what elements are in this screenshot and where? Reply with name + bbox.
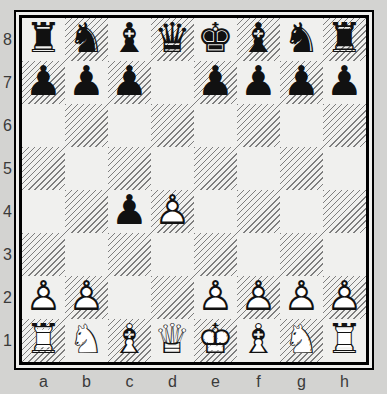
white-king-icon: ♚♔ — [194, 319, 237, 362]
black-pawn-icon: ♟ — [194, 61, 237, 104]
square-f3[interactable] — [237, 233, 280, 276]
square-f1[interactable]: ♝♗ — [237, 319, 280, 362]
file-label-d: d — [151, 371, 194, 393]
square-h5[interactable] — [323, 147, 366, 190]
square-f2[interactable]: ♟♙ — [237, 276, 280, 319]
black-pawn-icon: ♟ — [65, 61, 108, 104]
black-queen-icon: ♛ — [151, 18, 194, 61]
square-a7[interactable]: ♟ — [22, 61, 65, 104]
square-g6[interactable] — [280, 104, 323, 147]
white-pawn-icon: ♟♙ — [323, 276, 366, 319]
board-grid: ♜♞♝♛♚♝♞♜♟♟♟♟♟♟♟♟♟♙♟♙♟♙♟♙♟♙♟♙♟♙♜♖♞♘♝♗♛♕♚♔… — [22, 18, 366, 362]
white-pawn-icon: ♟♙ — [194, 276, 237, 319]
square-c6[interactable] — [108, 104, 151, 147]
square-d8[interactable]: ♛ — [151, 18, 194, 61]
white-pawn-icon: ♟♙ — [237, 276, 280, 319]
square-b7[interactable]: ♟ — [65, 61, 108, 104]
black-pawn-icon: ♟ — [237, 61, 280, 104]
square-e3[interactable] — [194, 233, 237, 276]
square-f5[interactable] — [237, 147, 280, 190]
rank-label-4: 4 — [0, 190, 15, 233]
square-h1[interactable]: ♜♖ — [323, 319, 366, 362]
square-g3[interactable] — [280, 233, 323, 276]
file-label-h: h — [323, 371, 366, 393]
black-pawn-icon: ♟ — [280, 61, 323, 104]
square-b4[interactable] — [65, 190, 108, 233]
square-e6[interactable] — [194, 104, 237, 147]
square-d3[interactable] — [151, 233, 194, 276]
square-c5[interactable] — [108, 147, 151, 190]
rank-label-6: 6 — [0, 104, 15, 147]
chess-diagram: 87654321 ♜♞♝♛♚♝♞♜♟♟♟♟♟♟♟♟♟♙♟♙♟♙♟♙♟♙♟♙♟♙♜… — [0, 0, 387, 394]
white-knight-icon: ♞♘ — [65, 319, 108, 362]
square-h6[interactable] — [323, 104, 366, 147]
black-king-icon: ♚ — [194, 18, 237, 61]
white-bishop-icon: ♝♗ — [237, 319, 280, 362]
square-h7[interactable]: ♟ — [323, 61, 366, 104]
square-f4[interactable] — [237, 190, 280, 233]
square-b1[interactable]: ♞♘ — [65, 319, 108, 362]
rank-label-2: 2 — [0, 276, 15, 319]
square-c7[interactable]: ♟ — [108, 61, 151, 104]
square-e8[interactable]: ♚ — [194, 18, 237, 61]
white-pawn-icon: ♟♙ — [151, 190, 194, 233]
square-d2[interactable] — [151, 276, 194, 319]
rank-label-8: 8 — [0, 18, 15, 61]
square-a2[interactable]: ♟♙ — [22, 276, 65, 319]
square-a4[interactable] — [22, 190, 65, 233]
black-pawn-icon: ♟ — [22, 61, 65, 104]
white-pawn-icon: ♟♙ — [280, 276, 323, 319]
white-rook-icon: ♜♖ — [22, 319, 65, 362]
square-e7[interactable]: ♟ — [194, 61, 237, 104]
black-knight-icon: ♞ — [65, 18, 108, 61]
file-label-b: b — [65, 371, 108, 393]
black-bishop-icon: ♝ — [237, 18, 280, 61]
square-h3[interactable] — [323, 233, 366, 276]
square-d7[interactable] — [151, 61, 194, 104]
black-pawn-icon: ♟ — [323, 61, 366, 104]
square-g8[interactable]: ♞ — [280, 18, 323, 61]
square-f7[interactable]: ♟ — [237, 61, 280, 104]
square-a6[interactable] — [22, 104, 65, 147]
rank-label-1: 1 — [0, 319, 15, 362]
black-pawn-icon: ♟ — [108, 61, 151, 104]
square-b2[interactable]: ♟♙ — [65, 276, 108, 319]
square-g5[interactable] — [280, 147, 323, 190]
black-rook-icon: ♜ — [22, 18, 65, 61]
rank-label-3: 3 — [0, 233, 15, 276]
square-d5[interactable] — [151, 147, 194, 190]
square-b5[interactable] — [65, 147, 108, 190]
white-pawn-icon: ♟♙ — [65, 276, 108, 319]
square-a5[interactable] — [22, 147, 65, 190]
square-c4[interactable]: ♟ — [108, 190, 151, 233]
square-h2[interactable]: ♟♙ — [323, 276, 366, 319]
square-b8[interactable]: ♞ — [65, 18, 108, 61]
square-a3[interactable] — [22, 233, 65, 276]
square-c2[interactable] — [108, 276, 151, 319]
square-a1[interactable]: ♜♖ — [22, 319, 65, 362]
square-e4[interactable] — [194, 190, 237, 233]
file-label-f: f — [237, 371, 280, 393]
black-rook-icon: ♜ — [323, 18, 366, 61]
white-queen-icon: ♛♕ — [151, 319, 194, 362]
black-pawn-icon: ♟ — [108, 190, 151, 233]
square-d4[interactable]: ♟♙ — [151, 190, 194, 233]
square-d1[interactable]: ♛♕ — [151, 319, 194, 362]
square-f8[interactable]: ♝ — [237, 18, 280, 61]
black-knight-icon: ♞ — [280, 18, 323, 61]
chess-board: ♜♞♝♛♚♝♞♜♟♟♟♟♟♟♟♟♟♙♟♙♟♙♟♙♟♙♟♙♟♙♜♖♞♘♝♗♛♕♚♔… — [14, 10, 374, 370]
file-label-e: e — [194, 371, 237, 393]
board-inner-frame: ♜♞♝♛♚♝♞♜♟♟♟♟♟♟♟♟♟♙♟♙♟♙♟♙♟♙♟♙♟♙♜♖♞♘♝♗♛♕♚♔… — [19, 15, 369, 365]
rank-label-5: 5 — [0, 147, 15, 190]
white-pawn-icon: ♟♙ — [22, 276, 65, 319]
square-d6[interactable] — [151, 104, 194, 147]
square-e2[interactable]: ♟♙ — [194, 276, 237, 319]
white-rook-icon: ♜♖ — [323, 319, 366, 362]
square-h4[interactable] — [323, 190, 366, 233]
square-c1[interactable]: ♝♗ — [108, 319, 151, 362]
square-g4[interactable] — [280, 190, 323, 233]
file-labels: abcdefgh — [22, 371, 366, 393]
square-b6[interactable] — [65, 104, 108, 147]
file-label-a: a — [22, 371, 65, 393]
square-c3[interactable] — [108, 233, 151, 276]
square-g2[interactable]: ♟♙ — [280, 276, 323, 319]
square-h8[interactable]: ♜ — [323, 18, 366, 61]
rank-labels: 87654321 — [0, 18, 15, 362]
square-f6[interactable] — [237, 104, 280, 147]
square-e5[interactable] — [194, 147, 237, 190]
rank-label-7: 7 — [0, 61, 15, 104]
square-g7[interactable]: ♟ — [280, 61, 323, 104]
file-label-g: g — [280, 371, 323, 393]
square-c8[interactable]: ♝ — [108, 18, 151, 61]
white-knight-icon: ♞♘ — [280, 319, 323, 362]
square-e1[interactable]: ♚♔ — [194, 319, 237, 362]
square-g1[interactable]: ♞♘ — [280, 319, 323, 362]
black-bishop-icon: ♝ — [108, 18, 151, 61]
square-b3[interactable] — [65, 233, 108, 276]
white-bishop-icon: ♝♗ — [108, 319, 151, 362]
square-a8[interactable]: ♜ — [22, 18, 65, 61]
file-label-c: c — [108, 371, 151, 393]
